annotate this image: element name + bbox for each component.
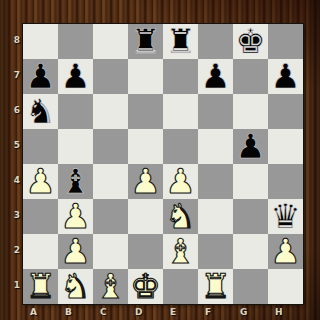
square-h5[interactable] xyxy=(268,129,303,164)
square-b5[interactable] xyxy=(58,129,93,164)
square-d5[interactable] xyxy=(128,129,163,164)
square-f1[interactable]: ♜ xyxy=(198,269,233,304)
square-a5[interactable] xyxy=(23,129,58,164)
square-d4[interactable]: ♟ xyxy=(128,164,163,199)
piece-black-rook[interactable]: ♜ xyxy=(165,24,195,59)
square-b3[interactable]: ♟ xyxy=(58,199,93,234)
square-b2[interactable]: ♟ xyxy=(58,234,93,269)
piece-white-pawn[interactable]: ♟ xyxy=(270,234,300,269)
file-label-a: A xyxy=(23,304,58,319)
square-c7[interactable] xyxy=(93,59,128,94)
square-g5[interactable]: ♟ xyxy=(233,129,268,164)
square-c5[interactable] xyxy=(93,129,128,164)
square-g3[interactable] xyxy=(233,199,268,234)
rank-label-2: 2 xyxy=(0,232,23,267)
square-e6[interactable] xyxy=(163,94,198,129)
piece-white-pawn[interactable]: ♟ xyxy=(60,234,90,269)
square-h3[interactable]: ♛ xyxy=(268,199,303,234)
square-c1[interactable]: ♝ xyxy=(93,269,128,304)
file-label-d: D xyxy=(128,304,163,319)
square-e4[interactable]: ♟ xyxy=(163,164,198,199)
file-label-c: C xyxy=(93,304,128,319)
piece-white-bishop[interactable]: ♝ xyxy=(95,269,125,304)
piece-black-pawn[interactable]: ♟ xyxy=(200,59,230,94)
square-g2[interactable] xyxy=(233,234,268,269)
square-f7[interactable]: ♟ xyxy=(198,59,233,94)
square-g4[interactable] xyxy=(233,164,268,199)
square-e3[interactable]: ♞ xyxy=(163,199,198,234)
square-a4[interactable]: ♟ xyxy=(23,164,58,199)
file-label-b: B xyxy=(58,304,93,319)
square-a8[interactable] xyxy=(23,24,58,59)
square-b7[interactable]: ♟ xyxy=(58,59,93,94)
square-f5[interactable] xyxy=(198,129,233,164)
square-e5[interactable] xyxy=(163,129,198,164)
square-a1[interactable]: ♜ xyxy=(23,269,58,304)
square-c2[interactable] xyxy=(93,234,128,269)
chess-board: ♜♜♚♟♟♟♟♞♟♟♝♟♟♟♞♛♟♝♟♜♞♝♚♜ xyxy=(23,24,303,304)
piece-white-knight[interactable]: ♞ xyxy=(165,199,195,234)
piece-black-queen[interactable]: ♛ xyxy=(270,199,300,234)
square-a2[interactable] xyxy=(23,234,58,269)
piece-white-knight[interactable]: ♞ xyxy=(60,269,90,304)
rank-label-7: 7 xyxy=(0,57,23,92)
piece-white-king[interactable]: ♚ xyxy=(130,269,160,304)
rank-label-6: 6 xyxy=(0,92,23,127)
square-h4[interactable] xyxy=(268,164,303,199)
square-c3[interactable] xyxy=(93,199,128,234)
piece-black-pawn[interactable]: ♟ xyxy=(25,59,55,94)
square-b6[interactable] xyxy=(58,94,93,129)
square-f3[interactable] xyxy=(198,199,233,234)
rank-label-4: 4 xyxy=(0,162,23,197)
square-d1[interactable]: ♚ xyxy=(128,269,163,304)
square-b1[interactable]: ♞ xyxy=(58,269,93,304)
square-f6[interactable] xyxy=(198,94,233,129)
square-d2[interactable] xyxy=(128,234,163,269)
square-f8[interactable] xyxy=(198,24,233,59)
rank-label-1: 1 xyxy=(0,267,23,302)
square-g1[interactable] xyxy=(233,269,268,304)
file-label-h: H xyxy=(268,304,303,319)
piece-black-knight[interactable]: ♞ xyxy=(25,94,55,129)
square-d8[interactable]: ♜ xyxy=(128,24,163,59)
rank-label-8: 8 xyxy=(0,22,23,57)
piece-black-pawn[interactable]: ♟ xyxy=(60,59,90,94)
square-e7[interactable] xyxy=(163,59,198,94)
piece-white-pawn[interactable]: ♟ xyxy=(165,164,195,199)
square-a7[interactable]: ♟ xyxy=(23,59,58,94)
rank-labels: 87654321 xyxy=(0,24,23,304)
square-c8[interactable] xyxy=(93,24,128,59)
square-c6[interactable] xyxy=(93,94,128,129)
square-f4[interactable] xyxy=(198,164,233,199)
square-d6[interactable] xyxy=(128,94,163,129)
square-e1[interactable] xyxy=(163,269,198,304)
square-h8[interactable] xyxy=(268,24,303,59)
square-a3[interactable] xyxy=(23,199,58,234)
square-h1[interactable] xyxy=(268,269,303,304)
square-h6[interactable] xyxy=(268,94,303,129)
square-f2[interactable] xyxy=(198,234,233,269)
square-b4[interactable]: ♝ xyxy=(58,164,93,199)
file-labels: ABCDEFGH xyxy=(23,304,303,319)
piece-white-pawn[interactable]: ♟ xyxy=(60,199,90,234)
piece-white-bishop[interactable]: ♝ xyxy=(165,234,195,269)
piece-black-king[interactable]: ♚ xyxy=(235,24,265,59)
file-label-e: E xyxy=(163,304,198,319)
piece-white-rook[interactable]: ♜ xyxy=(200,269,230,304)
piece-white-rook[interactable]: ♜ xyxy=(25,269,55,304)
square-h2[interactable]: ♟ xyxy=(268,234,303,269)
piece-black-rook[interactable]: ♜ xyxy=(130,24,160,59)
file-label-g: G xyxy=(233,304,268,319)
square-h7[interactable]: ♟ xyxy=(268,59,303,94)
piece-black-bishop[interactable]: ♝ xyxy=(60,164,90,199)
square-a6[interactable]: ♞ xyxy=(23,94,58,129)
square-c4[interactable] xyxy=(93,164,128,199)
piece-white-pawn[interactable]: ♟ xyxy=(130,164,160,199)
file-label-f: F xyxy=(198,304,233,319)
square-d3[interactable] xyxy=(128,199,163,234)
square-e8[interactable]: ♜ xyxy=(163,24,198,59)
square-g6[interactable] xyxy=(233,94,268,129)
piece-white-pawn[interactable]: ♟ xyxy=(25,164,55,199)
chess-app: 87654321 ABCDEFGH ♜♜♚♟♟♟♟♞♟♟♝♟♟♟♞♛♟♝♟♜♞♝… xyxy=(0,0,320,320)
piece-black-pawn[interactable]: ♟ xyxy=(270,59,300,94)
piece-black-pawn[interactable]: ♟ xyxy=(235,129,265,164)
square-g7[interactable] xyxy=(233,59,268,94)
square-e2[interactable]: ♝ xyxy=(163,234,198,269)
square-d7[interactable] xyxy=(128,59,163,94)
square-b8[interactable] xyxy=(58,24,93,59)
square-g8[interactable]: ♚ xyxy=(233,24,268,59)
rank-label-5: 5 xyxy=(0,127,23,162)
rank-label-3: 3 xyxy=(0,197,23,232)
